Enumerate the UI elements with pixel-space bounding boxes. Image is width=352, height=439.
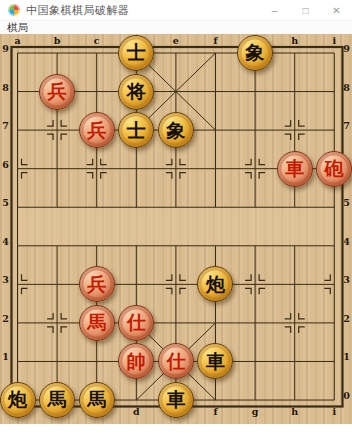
rank-label-left-2: 2 bbox=[0, 313, 13, 325]
file-label-top-a: a bbox=[11, 35, 25, 47]
file-label-top-h: h bbox=[288, 35, 302, 47]
menu-item-position[interactable]: 棋局 bbox=[0, 21, 35, 35]
maximize-button[interactable]: □ bbox=[290, 0, 321, 20]
rank-label-left-4: 4 bbox=[0, 236, 13, 248]
file-label-bottom-f: f bbox=[209, 406, 223, 418]
rank-label-left-6: 6 bbox=[0, 159, 13, 171]
rank-label-right-5: 5 bbox=[340, 197, 352, 209]
piece-grid: 士象兵将兵士象車砲兵炮馬仕帥仕車炮馬馬車 bbox=[0, 34, 352, 420]
piece-red-h6[interactable]: 車 bbox=[277, 151, 313, 187]
window-controls: – □ ✕ bbox=[259, 0, 352, 20]
piece-black-d7[interactable]: 士 bbox=[118, 112, 154, 148]
piece-red-c2[interactable]: 馬 bbox=[79, 305, 115, 341]
piece-red-d1[interactable]: 帥 bbox=[118, 343, 154, 379]
rank-label-left-1: 1 bbox=[0, 351, 13, 363]
file-label-top-b: b bbox=[50, 35, 64, 47]
window-title: 中国象棋棋局破解器 bbox=[26, 3, 130, 18]
piece-red-e1[interactable]: 仕 bbox=[158, 343, 194, 379]
piece-black-e7[interactable]: 象 bbox=[158, 112, 194, 148]
app-icon bbox=[8, 4, 20, 16]
rank-label-right-1: 1 bbox=[340, 351, 352, 363]
app-window: 中国象棋棋局破解器 – □ ✕ 棋局 士象兵将兵士象車砲兵炮馬仕帥仕車炮馬馬車 … bbox=[0, 0, 352, 439]
title-bar: 中国象棋棋局破解器 – □ ✕ bbox=[0, 0, 352, 21]
file-label-bottom-i: i bbox=[327, 406, 341, 418]
piece-red-c7[interactable]: 兵 bbox=[79, 112, 115, 148]
rank-label-right-8: 8 bbox=[340, 82, 352, 94]
menu-bar: 棋局 bbox=[0, 21, 352, 34]
rank-label-right-0: 0 bbox=[340, 390, 352, 402]
piece-black-f3[interactable]: 炮 bbox=[197, 266, 233, 302]
piece-red-b8[interactable]: 兵 bbox=[39, 74, 75, 110]
piece-red-d2[interactable]: 仕 bbox=[118, 305, 154, 341]
piece-red-i6[interactable]: 砲 bbox=[316, 151, 352, 187]
rank-label-left-9: 9 bbox=[0, 43, 13, 55]
file-label-top-c: c bbox=[90, 35, 104, 47]
file-label-bottom-d: d bbox=[129, 406, 143, 418]
rank-label-left-3: 3 bbox=[0, 274, 13, 286]
file-label-bottom-h: h bbox=[288, 406, 302, 418]
piece-black-f1[interactable]: 車 bbox=[197, 343, 233, 379]
rank-label-right-2: 2 bbox=[340, 313, 352, 325]
piece-black-g9[interactable]: 象 bbox=[237, 35, 273, 71]
close-button[interactable]: ✕ bbox=[321, 0, 352, 20]
piece-red-c3[interactable]: 兵 bbox=[79, 266, 115, 302]
piece-black-c0[interactable]: 馬 bbox=[79, 382, 115, 418]
rank-label-right-3: 3 bbox=[340, 274, 352, 286]
piece-black-d9[interactable]: 士 bbox=[118, 35, 154, 71]
rank-label-right-9: 9 bbox=[340, 43, 352, 55]
rank-label-left-7: 7 bbox=[0, 120, 13, 132]
piece-black-e0[interactable]: 車 bbox=[158, 382, 194, 418]
piece-black-b0[interactable]: 馬 bbox=[39, 382, 75, 418]
rank-label-right-7: 7 bbox=[340, 120, 352, 132]
file-label-top-f: f bbox=[209, 35, 223, 47]
piece-black-d8[interactable]: 将 bbox=[118, 74, 154, 110]
minimize-button[interactable]: – bbox=[259, 0, 290, 20]
rank-label-left-5: 5 bbox=[0, 197, 13, 209]
rank-label-left-8: 8 bbox=[0, 82, 13, 94]
xiangqi-board[interactable]: 士象兵将兵士象車砲兵炮馬仕帥仕車炮馬馬車 aabbccddeeffgghhii9… bbox=[0, 34, 352, 424]
file-label-top-e: e bbox=[169, 35, 183, 47]
piece-black-a0[interactable]: 炮 bbox=[0, 382, 36, 418]
rank-label-right-4: 4 bbox=[340, 236, 352, 248]
file-label-bottom-g: g bbox=[248, 406, 262, 418]
